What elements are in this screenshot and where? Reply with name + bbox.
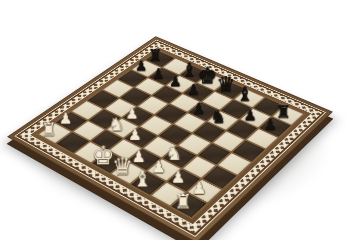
white-pawn-piece: ♟	[171, 170, 186, 186]
white-pawn-piece: ♟	[192, 181, 207, 198]
black-pawn-piece: ♟	[188, 83, 201, 97]
white-pawn-piece: ♟	[128, 127, 142, 142]
square-c5	[193, 122, 224, 141]
square-d5	[174, 113, 204, 132]
chessboard-photo: ♜♝♚♛♝♜♟♟♟♟♟♟♟♞♟♞♟♞♟♟♟♟♟♜♚♛♝♜	[0, 0, 347, 240]
white-pawn-piece: ♟	[131, 149, 145, 165]
black-pawn-piece: ♟	[264, 117, 278, 132]
